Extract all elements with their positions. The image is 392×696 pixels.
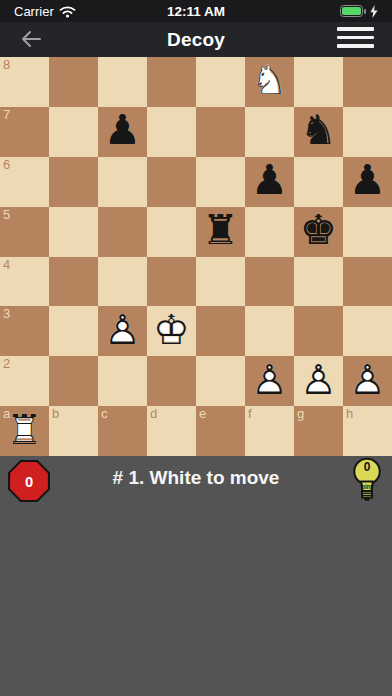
square-a1[interactable]: a♜♖ — [0, 406, 49, 456]
battery-icon — [340, 5, 366, 18]
square-e4[interactable] — [196, 257, 245, 307]
hint-count: 0 — [364, 460, 371, 474]
square-f1[interactable]: f — [245, 406, 294, 456]
square-b7[interactable] — [49, 107, 98, 157]
square-h2[interactable]: ♟♙ — [343, 356, 392, 406]
square-g6[interactable] — [294, 157, 343, 207]
piece-black-pawn: ♟♙ — [245, 157, 294, 207]
square-f4[interactable] — [245, 257, 294, 307]
square-c2[interactable] — [98, 356, 147, 406]
wifi-icon — [59, 5, 76, 18]
hint-lightbulb-icon: 0 hint — [348, 457, 386, 503]
square-g7[interactable]: ♞♘ — [294, 107, 343, 157]
app-screen: Carrier 12:11 AM Decoy — [0, 0, 392, 696]
square-h6[interactable]: ♟♙ — [343, 157, 392, 207]
piece-white-pawn: ♟♙ — [245, 356, 294, 406]
square-c4[interactable] — [98, 257, 147, 307]
square-e2[interactable] — [196, 356, 245, 406]
puzzle-status-text: # 1. White to move — [0, 467, 392, 489]
square-d8[interactable] — [147, 57, 196, 107]
hint-button[interactable]: 0 hint — [348, 457, 386, 503]
square-h8[interactable] — [343, 57, 392, 107]
square-d1[interactable]: d — [147, 406, 196, 456]
piece-white-pawn: ♟♙ — [294, 356, 343, 406]
file-label: g — [297, 407, 304, 421]
rank-label: 4 — [3, 258, 10, 272]
piece-black-king: ♚♔ — [294, 207, 343, 257]
square-g1[interactable]: g — [294, 406, 343, 456]
stop-octagon-icon: 0 — [8, 460, 50, 502]
file-label: e — [199, 407, 206, 421]
carrier-label: Carrier — [14, 4, 54, 19]
square-f8[interactable]: ♞♘ — [245, 57, 294, 107]
status-bar: Carrier 12:11 AM — [0, 0, 392, 22]
piece-white-king: ♚♔ — [147, 306, 196, 356]
nav-bar: Decoy — [0, 22, 392, 57]
square-e5[interactable]: ♜♖ — [196, 207, 245, 257]
square-c8[interactable] — [98, 57, 147, 107]
square-a4[interactable]: 4 — [0, 257, 49, 307]
chess-board: 8♞♘7♟♙♞♘6♟♙♟♙5♜♖♚♔43♟♙♚♔2♟♙♟♙♟♙a♜♖bcdefg… — [0, 57, 392, 456]
square-d2[interactable] — [147, 356, 196, 406]
square-a3[interactable]: 3 — [0, 306, 49, 356]
square-b3[interactable] — [49, 306, 98, 356]
rank-label: 6 — [3, 158, 10, 172]
file-label: f — [248, 407, 252, 421]
piece-black-knight: ♞♘ — [294, 107, 343, 157]
square-d5[interactable] — [147, 207, 196, 257]
piece-white-pawn: ♟♙ — [343, 356, 392, 406]
square-b1[interactable]: b — [49, 406, 98, 456]
square-f6[interactable]: ♟♙ — [245, 157, 294, 207]
square-a7[interactable]: 7 — [0, 107, 49, 157]
file-label: b — [52, 407, 59, 421]
square-g8[interactable] — [294, 57, 343, 107]
rank-label: 5 — [3, 208, 10, 222]
menu-button[interactable] — [337, 27, 374, 48]
square-e8[interactable] — [196, 57, 245, 107]
square-e3[interactable] — [196, 306, 245, 356]
piece-white-pawn: ♟♙ — [98, 306, 147, 356]
rank-label: 2 — [3, 357, 10, 371]
piece-black-rook: ♜♖ — [196, 207, 245, 257]
square-a2[interactable]: 2 — [0, 356, 49, 406]
square-c3[interactable]: ♟♙ — [98, 306, 147, 356]
piece-white-knight: ♞♘ — [245, 57, 294, 107]
square-a6[interactable]: 6 — [0, 157, 49, 207]
square-b5[interactable] — [49, 207, 98, 257]
page-title: Decoy — [0, 29, 392, 51]
puzzle-panel: # 1. White to move 0 0 hint — [0, 456, 392, 696]
square-g3[interactable] — [294, 306, 343, 356]
fail-counter-button[interactable]: 0 — [8, 460, 50, 502]
square-h1[interactable]: h — [343, 406, 392, 456]
piece-black-pawn: ♟♙ — [98, 107, 147, 157]
square-c6[interactable] — [98, 157, 147, 207]
square-e6[interactable] — [196, 157, 245, 207]
fail-count: 0 — [25, 474, 33, 490]
square-d4[interactable] — [147, 257, 196, 307]
hint-label: hint — [361, 483, 374, 490]
square-b6[interactable] — [49, 157, 98, 207]
square-f5[interactable] — [245, 207, 294, 257]
piece-black-pawn: ♟♙ — [343, 157, 392, 207]
square-b8[interactable] — [49, 57, 98, 107]
back-arrow-icon — [20, 30, 42, 48]
square-d7[interactable] — [147, 107, 196, 157]
square-h4[interactable] — [343, 257, 392, 307]
rank-label: 8 — [3, 58, 10, 72]
square-h7[interactable] — [343, 107, 392, 157]
square-f2[interactable]: ♟♙ — [245, 356, 294, 406]
square-a5[interactable]: 5 — [0, 207, 49, 257]
square-c5[interactable] — [98, 207, 147, 257]
square-e7[interactable] — [196, 107, 245, 157]
square-c1[interactable]: c — [98, 406, 147, 456]
piece-white-rook: ♜♖ — [0, 406, 49, 456]
square-g5[interactable]: ♚♔ — [294, 207, 343, 257]
square-a8[interactable]: 8 — [0, 57, 49, 107]
square-b2[interactable] — [49, 356, 98, 406]
square-f7[interactable] — [245, 107, 294, 157]
file-label: d — [150, 407, 157, 421]
square-f3[interactable] — [245, 306, 294, 356]
square-g2[interactable]: ♟♙ — [294, 356, 343, 406]
square-h5[interactable] — [343, 207, 392, 257]
charging-bolt-icon — [370, 5, 378, 18]
square-d3[interactable]: ♚♔ — [147, 306, 196, 356]
file-label: a — [3, 407, 10, 421]
square-h3[interactable] — [343, 306, 392, 356]
square-e1[interactable]: e — [196, 406, 245, 456]
file-label: h — [346, 407, 353, 421]
file-label: c — [101, 407, 108, 421]
square-b4[interactable] — [49, 257, 98, 307]
square-g4[interactable] — [294, 257, 343, 307]
square-d6[interactable] — [147, 157, 196, 207]
rank-label: 7 — [3, 108, 10, 122]
rank-label: 3 — [3, 307, 10, 321]
hamburger-icon — [337, 27, 374, 31]
clock: 12:11 AM — [167, 4, 225, 19]
back-button[interactable] — [18, 26, 44, 52]
square-c7[interactable]: ♟♙ — [98, 107, 147, 157]
